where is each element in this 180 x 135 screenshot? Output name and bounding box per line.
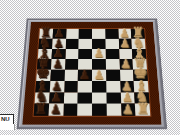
- square-r2c3[interactable]: [78, 49, 92, 59]
- square-r3c5[interactable]: [106, 59, 120, 70]
- square-r0c4[interactable]: [92, 29, 105, 39]
- square-r4c2[interactable]: [64, 70, 78, 81]
- piece-wP[interactable]: ♟: [93, 47, 104, 59]
- piece-wP[interactable]: ♟: [94, 69, 105, 81]
- square-r4c3[interactable]: ♟: [78, 70, 92, 81]
- square-r4c5[interactable]: [106, 70, 120, 81]
- square-r3c2[interactable]: [64, 59, 78, 70]
- board-grid: ♜♟♟♜♞♟♟♞♝♟♟♝♛♟♟♛♚♟♟♚♝♟♟♝♞♟♟♞♜♟♟♜: [33, 28, 152, 117]
- desktop-background: ♜♟♟♜♞♟♟♞♝♟♟♝♛♟♟♛♚♟♟♚♝♟♟♝♞♟♟♞♜♟♟♜ NU: [0, 0, 180, 135]
- square-r7c7[interactable]: ♜: [135, 104, 150, 116]
- square-r7c2[interactable]: [63, 104, 78, 116]
- square-r3c1[interactable]: ♟: [51, 59, 65, 70]
- square-r6c5[interactable]: [106, 92, 121, 104]
- piece-wP[interactable]: ♟: [123, 103, 134, 116]
- square-r0c5[interactable]: [105, 29, 118, 39]
- square-r4c4[interactable]: ♟: [92, 70, 106, 81]
- square-r7c1[interactable]: ♟: [48, 104, 63, 116]
- square-r1c5[interactable]: [105, 39, 119, 49]
- square-r7c5[interactable]: [106, 104, 121, 116]
- piece-bP[interactable]: ♟: [50, 103, 61, 116]
- square-r1c6[interactable]: ♟: [118, 39, 132, 49]
- square-r0c2[interactable]: [66, 29, 79, 39]
- square-r6c3[interactable]: [78, 92, 92, 104]
- background-window-label: NU: [0, 114, 14, 124]
- square-r5c2[interactable]: [64, 81, 78, 92]
- background-window-fragment: [0, 124, 15, 130]
- square-r3c6[interactable]: ♟: [119, 59, 133, 70]
- square-r5c3[interactable]: [78, 81, 92, 92]
- square-r2c2[interactable]: [65, 49, 79, 59]
- square-r7c4[interactable]: [92, 104, 107, 116]
- square-r2c5[interactable]: [105, 49, 119, 59]
- piece-bP[interactable]: ♟: [80, 69, 91, 81]
- square-r1c3[interactable]: [79, 39, 92, 49]
- piece-wR[interactable]: ♜: [136, 101, 149, 116]
- square-r0c3[interactable]: [79, 29, 92, 39]
- piece-bP[interactable]: ♟: [52, 58, 63, 70]
- chess-board-3d: ♜♟♟♜♞♟♟♞♝♟♟♝♛♟♟♛♚♟♟♚♝♟♟♝♞♟♟♞♜♟♟♜: [17, 19, 168, 130]
- piece-wP[interactable]: ♟: [120, 37, 130, 49]
- square-r5c4[interactable]: [92, 81, 106, 92]
- square-r6c2[interactable]: [63, 92, 78, 104]
- square-r7c3[interactable]: [77, 104, 92, 116]
- square-r7c0[interactable]: ♜: [34, 104, 49, 116]
- square-r1c2[interactable]: [65, 39, 79, 49]
- piece-wP[interactable]: ♟: [121, 58, 132, 70]
- square-r5c5[interactable]: [106, 81, 120, 92]
- square-r2c4[interactable]: ♟: [92, 49, 106, 59]
- square-r6c4[interactable]: [92, 92, 106, 104]
- square-r7c6[interactable]: ♟: [121, 104, 136, 116]
- piece-bR[interactable]: ♜: [34, 101, 47, 116]
